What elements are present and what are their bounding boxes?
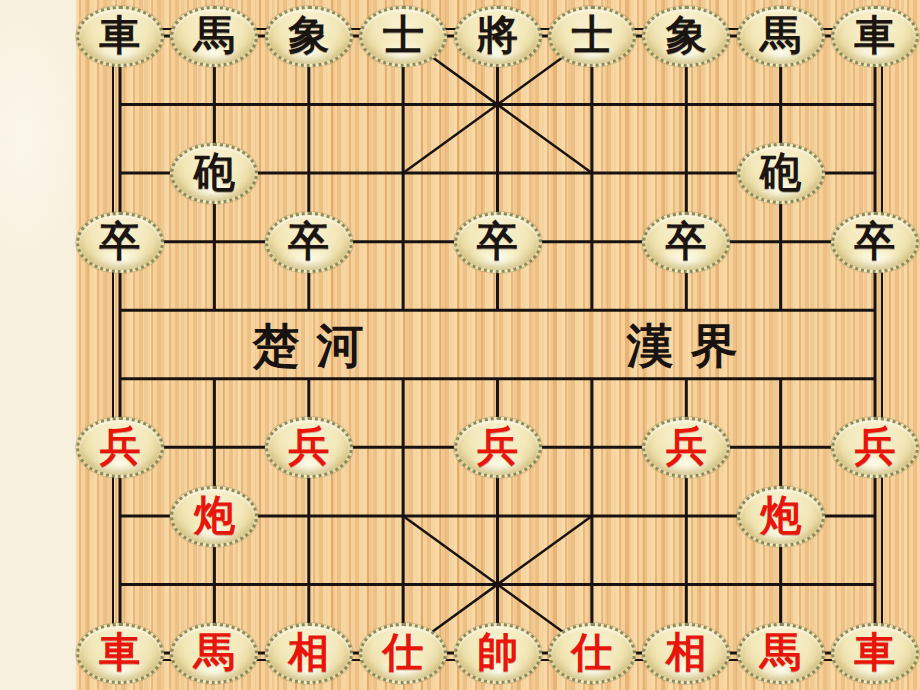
piece-red-cannon[interactable]: 炮 (737, 486, 825, 547)
piece-character: 象 (288, 15, 329, 56)
piece-character: 卒 (855, 221, 896, 262)
piece-character: 炮 (194, 495, 235, 536)
piece-character: 馬 (194, 632, 235, 673)
piece-character: 炮 (760, 495, 801, 536)
piece-red-horse[interactable]: 馬 (170, 623, 258, 684)
piece-character: 卒 (100, 221, 141, 262)
piece-character: 將 (477, 15, 518, 56)
piece-character: 卒 (288, 221, 329, 262)
piece-character: 馬 (760, 15, 801, 56)
piece-black-advisor[interactable]: 士 (548, 6, 636, 67)
piece-character: 士 (571, 15, 612, 56)
piece-red-soldier[interactable]: 兵 (265, 417, 353, 478)
piece-black-general[interactable]: 將 (454, 6, 542, 67)
piece-black-soldier[interactable]: 卒 (831, 212, 919, 273)
piece-red-chariot[interactable]: 車 (831, 623, 919, 684)
piece-black-cannon[interactable]: 砲 (737, 143, 825, 204)
piece-character: 車 (100, 15, 141, 56)
piece-character: 帥 (477, 632, 518, 673)
piece-black-soldier[interactable]: 卒 (76, 212, 164, 273)
piece-black-chariot[interactable]: 車 (76, 6, 164, 67)
piece-red-soldier[interactable]: 兵 (454, 417, 542, 478)
piece-red-cannon[interactable]: 炮 (170, 486, 258, 547)
piece-black-soldier[interactable]: 卒 (642, 212, 730, 273)
piece-black-horse[interactable]: 馬 (170, 6, 258, 67)
piece-character: 兵 (477, 426, 518, 467)
piece-character: 兵 (288, 426, 329, 467)
piece-character: 馬 (194, 15, 235, 56)
piece-character: 士 (383, 15, 424, 56)
piece-character: 馬 (760, 632, 801, 673)
piece-character: 兵 (666, 426, 707, 467)
piece-character: 兵 (100, 426, 141, 467)
piece-character: 卒 (477, 221, 518, 262)
piece-character: 車 (855, 632, 896, 673)
piece-character: 砲 (760, 152, 801, 193)
piece-character: 車 (100, 632, 141, 673)
piece-red-chariot[interactable]: 車 (76, 623, 164, 684)
piece-red-soldier[interactable]: 兵 (642, 417, 730, 478)
piece-character: 卒 (666, 221, 707, 262)
piece-character: 象 (666, 15, 707, 56)
piece-black-chariot[interactable]: 車 (831, 6, 919, 67)
piece-black-elephant[interactable]: 象 (642, 6, 730, 67)
piece-character: 兵 (855, 426, 896, 467)
piece-black-soldier[interactable]: 卒 (454, 212, 542, 273)
piece-character: 仕 (383, 632, 424, 673)
piece-black-horse[interactable]: 馬 (737, 6, 825, 67)
piece-black-cannon[interactable]: 砲 (170, 143, 258, 204)
piece-character: 車 (855, 15, 896, 56)
piece-red-advisor[interactable]: 仕 (359, 623, 447, 684)
piece-black-elephant[interactable]: 象 (265, 6, 353, 67)
piece-red-advisor[interactable]: 仕 (548, 623, 636, 684)
piece-red-soldier[interactable]: 兵 (831, 417, 919, 478)
piece-red-elephant[interactable]: 相 (265, 623, 353, 684)
piece-red-horse[interactable]: 馬 (737, 623, 825, 684)
piece-character: 相 (666, 632, 707, 673)
piece-black-soldier[interactable]: 卒 (265, 212, 353, 273)
piece-character: 相 (288, 632, 329, 673)
pieces-layer: 車馬象士將士象馬車砲砲卒卒卒卒卒兵兵兵兵兵炮炮車馬相仕帥仕相馬車 (0, 0, 920, 690)
piece-red-soldier[interactable]: 兵 (76, 417, 164, 478)
piece-character: 砲 (194, 152, 235, 193)
slide: 楚河 漢界 車馬象士將士象馬車砲砲卒卒卒卒卒兵兵兵兵兵炮炮車馬相仕帥仕相馬車 (0, 0, 920, 690)
piece-black-advisor[interactable]: 士 (359, 6, 447, 67)
piece-character: 仕 (571, 632, 612, 673)
piece-red-general[interactable]: 帥 (454, 623, 542, 684)
piece-red-elephant[interactable]: 相 (642, 623, 730, 684)
